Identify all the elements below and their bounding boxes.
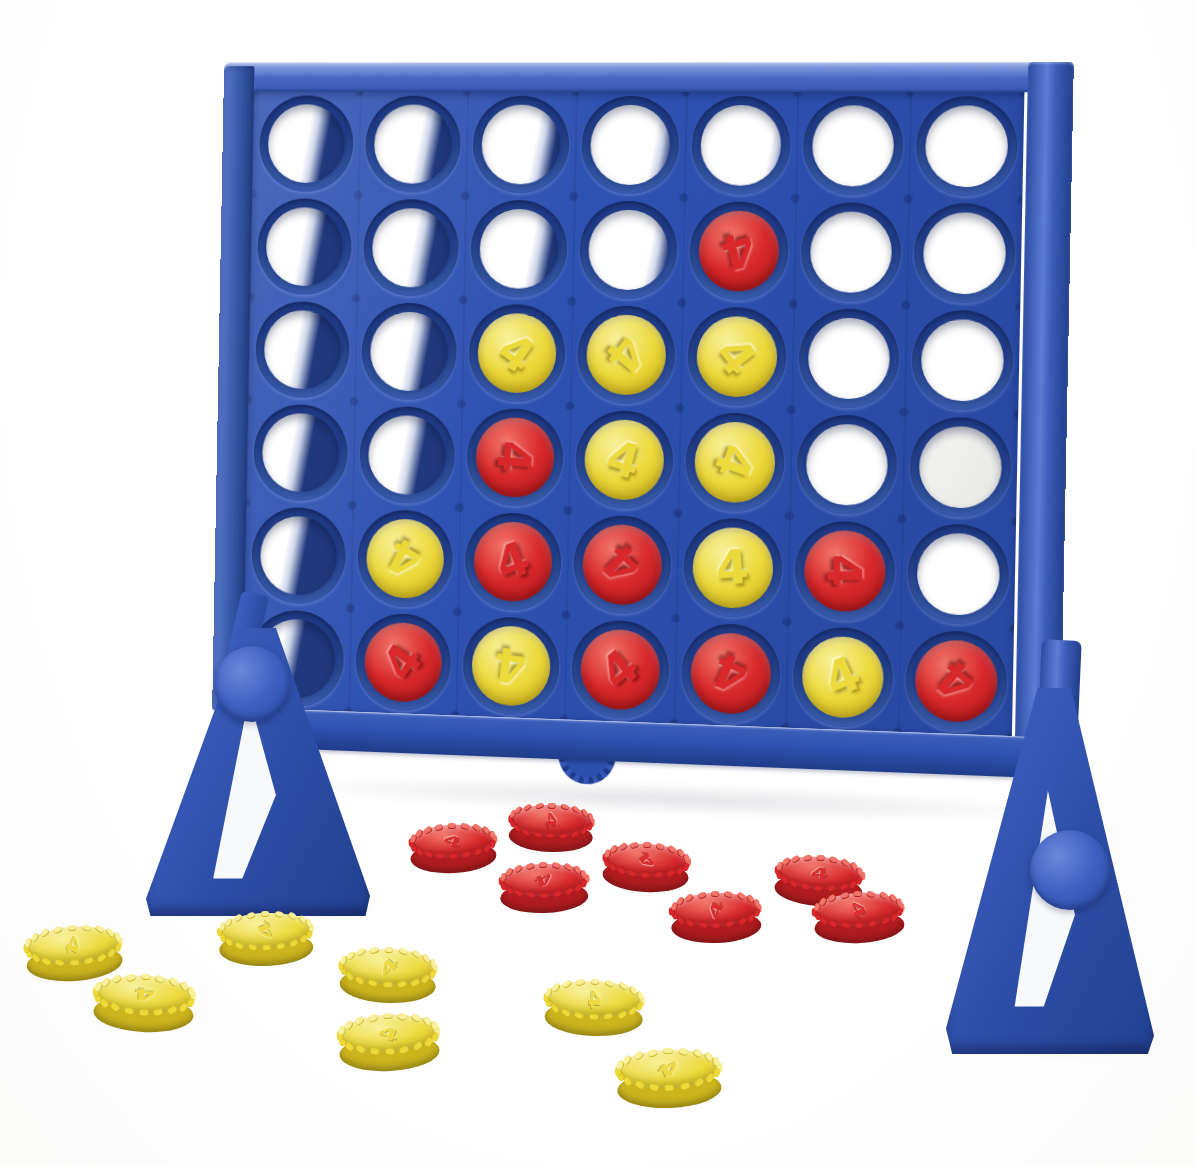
loose-checker-yellow[interactable]: 4 — [338, 1012, 441, 1073]
checker-tooth — [113, 932, 122, 942]
checker-tooth — [94, 924, 105, 934]
checker-tooth — [635, 990, 644, 1000]
checker-tooth — [829, 855, 838, 863]
checker-tooth — [816, 854, 824, 860]
checker-top-face: 4 — [409, 823, 497, 859]
checker-tooth — [448, 823, 456, 829]
loose-checker-yellow[interactable]: 4 — [93, 973, 196, 1034]
loose-checker-red[interactable]: 4 — [813, 891, 905, 946]
checker-tooth — [571, 805, 580, 814]
checker-tooth — [575, 978, 585, 987]
checker-tooth — [274, 910, 284, 918]
checker-top-face: 4 — [338, 1012, 440, 1054]
checker-tooth — [663, 1047, 673, 1054]
loose-checker-red[interactable]: 4 — [670, 891, 762, 944]
checker-tooth — [539, 862, 547, 868]
checker-tooth — [369, 946, 379, 954]
checker-tooth — [535, 802, 544, 809]
checker-tooth — [233, 913, 243, 923]
checker-tooth — [287, 911, 297, 921]
checker-tooth — [141, 974, 150, 981]
checker-tooth — [682, 853, 689, 862]
checker-tooth — [125, 973, 135, 982]
loose-checkers-layer: 44444444444444 — [0, 0, 1196, 1166]
table-surface: 444444444444444444 44444444444444 — [0, 0, 1196, 1166]
checker-tooth — [604, 978, 614, 987]
loose-checker-red[interactable]: 4 — [602, 842, 690, 894]
checker-tooth — [803, 854, 812, 861]
checker-tooth — [356, 947, 367, 957]
checker-tooth — [397, 1012, 407, 1021]
checker-tooth — [430, 1020, 439, 1031]
loose-checker-yellow[interactable]: 4 — [616, 1048, 722, 1110]
loose-checker-yellow[interactable]: 4 — [339, 947, 437, 1004]
checker-tooth — [488, 830, 496, 839]
checker-tooth — [827, 894, 837, 904]
loose-checker-red[interactable]: 4 — [508, 803, 594, 853]
checker-tooth — [525, 862, 534, 870]
checker-tooth — [460, 822, 469, 829]
checker-tooth — [346, 950, 356, 961]
checker-tooth — [647, 1048, 658, 1058]
checker-tooth — [540, 891, 548, 897]
checker-tooth — [664, 1083, 674, 1090]
checker-tooth — [411, 1013, 422, 1023]
checker-tooth — [560, 803, 569, 811]
checker-tooth — [736, 891, 746, 900]
checker-tooth — [697, 891, 707, 899]
checker-tooth — [53, 925, 63, 934]
checker-tooth — [155, 974, 166, 983]
loose-checker-red[interactable]: 4 — [499, 862, 589, 914]
checker-tooth — [551, 982, 561, 993]
checker-tooth — [867, 890, 876, 898]
checker-tooth — [814, 884, 822, 890]
checker-tooth — [586, 812, 593, 821]
checker-tooth — [513, 864, 523, 873]
checker-tooth — [622, 1054, 633, 1066]
checker-tooth — [472, 823, 482, 832]
checker-tooth — [617, 980, 628, 990]
checker-tooth — [383, 1013, 392, 1020]
checker-tooth — [878, 891, 888, 900]
checker-tooth — [561, 979, 572, 989]
checker-tooth — [514, 806, 523, 815]
loose-checker-yellow[interactable]: 4 — [218, 911, 314, 967]
checker-tooth — [633, 1050, 645, 1061]
checker-tooth — [224, 916, 234, 926]
checker-tooth — [428, 958, 436, 968]
checker-tooth — [655, 842, 664, 850]
checker-tooth — [385, 1048, 394, 1055]
checker-tooth — [667, 845, 677, 854]
checker-tooth — [685, 893, 695, 903]
loose-checker-red[interactable]: 4 — [409, 823, 497, 875]
checker-tooth — [523, 803, 532, 812]
checker-tooth — [139, 1009, 148, 1016]
checker-number: 4 — [583, 949, 606, 1048]
checker-tooth — [559, 831, 568, 838]
checker-tooth — [40, 928, 51, 938]
loose-checker-yellow[interactable]: 4 — [544, 979, 644, 1037]
